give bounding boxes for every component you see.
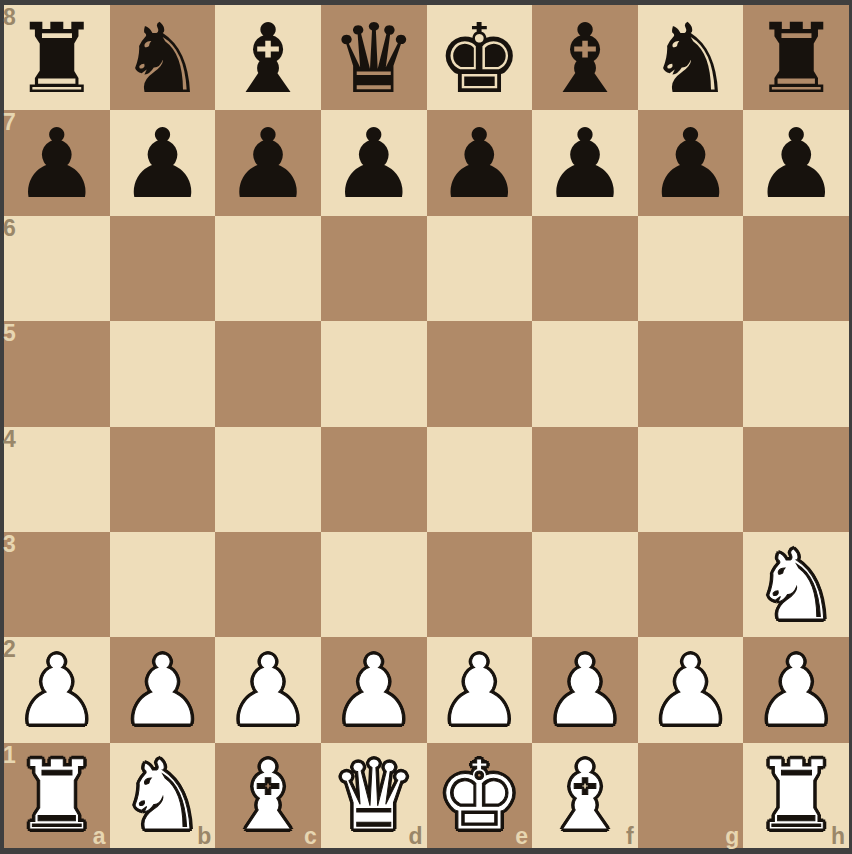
piece-black-pawn[interactable]: ♟ xyxy=(436,116,522,212)
square-e2[interactable]: ♟ xyxy=(427,637,533,742)
square-d7[interactable]: ♟ xyxy=(321,110,427,215)
piece-white-king[interactable]: ♚ xyxy=(436,748,522,844)
piece-white-knight[interactable]: ♞ xyxy=(119,748,205,844)
square-d5[interactable] xyxy=(321,321,427,426)
piece-white-queen[interactable]: ♛ xyxy=(331,748,417,844)
piece-white-pawn[interactable]: ♟ xyxy=(753,643,839,739)
square-c4[interactable] xyxy=(215,427,321,532)
square-c5[interactable] xyxy=(215,321,321,426)
square-h6[interactable] xyxy=(743,216,849,321)
file-label-g: g xyxy=(725,825,739,848)
square-e1[interactable]: ♚e xyxy=(427,743,533,848)
square-c7[interactable]: ♟ xyxy=(215,110,321,215)
piece-white-knight[interactable]: ♞ xyxy=(753,538,839,634)
square-d2[interactable]: ♟ xyxy=(321,637,427,742)
square-e7[interactable]: ♟ xyxy=(427,110,533,215)
piece-white-pawn[interactable]: ♟ xyxy=(119,643,205,739)
square-b5[interactable] xyxy=(110,321,216,426)
square-g2[interactable]: ♟ xyxy=(638,637,744,742)
piece-black-pawn[interactable]: ♟ xyxy=(331,116,417,212)
square-b4[interactable] xyxy=(110,427,216,532)
square-c2[interactable]: ♟ xyxy=(215,637,321,742)
square-d8[interactable]: ♛ xyxy=(321,5,427,110)
square-g1[interactable]: g xyxy=(638,743,744,848)
square-c6[interactable] xyxy=(215,216,321,321)
piece-black-rook[interactable]: ♜ xyxy=(14,11,100,107)
piece-black-pawn[interactable]: ♟ xyxy=(119,116,205,212)
square-h3[interactable]: ♞ xyxy=(743,532,849,637)
square-a7[interactable]: ♟7 xyxy=(4,110,110,215)
square-g8[interactable]: ♞ xyxy=(638,5,744,110)
square-f8[interactable]: ♝ xyxy=(532,5,638,110)
square-b7[interactable]: ♟ xyxy=(110,110,216,215)
square-b8[interactable]: ♞ xyxy=(110,5,216,110)
piece-white-pawn[interactable]: ♟ xyxy=(542,643,628,739)
square-f3[interactable] xyxy=(532,532,638,637)
piece-black-pawn[interactable]: ♟ xyxy=(542,116,628,212)
square-a8[interactable]: ♜8 xyxy=(4,5,110,110)
square-f5[interactable] xyxy=(532,321,638,426)
square-a3[interactable]: 3 xyxy=(4,532,110,637)
square-a5[interactable]: 5 xyxy=(4,321,110,426)
square-e3[interactable] xyxy=(427,532,533,637)
square-h1[interactable]: ♜h xyxy=(743,743,849,848)
square-e8[interactable]: ♚ xyxy=(427,5,533,110)
square-d1[interactable]: ♛d xyxy=(321,743,427,848)
square-b1[interactable]: ♞b xyxy=(110,743,216,848)
piece-white-pawn[interactable]: ♟ xyxy=(225,643,311,739)
chess-board: ♜8♞♝♛♚♝♞♜♟7♟♟♟♟♟♟♟6543♞♟2♟♟♟♟♟♟♟♜1a♞b♝c♛… xyxy=(0,0,852,854)
square-b6[interactable] xyxy=(110,216,216,321)
piece-black-pawn[interactable]: ♟ xyxy=(648,116,734,212)
square-h2[interactable]: ♟ xyxy=(743,637,849,742)
square-a2[interactable]: ♟2 xyxy=(4,637,110,742)
piece-white-pawn[interactable]: ♟ xyxy=(14,643,100,739)
piece-white-pawn[interactable]: ♟ xyxy=(331,643,417,739)
square-g7[interactable]: ♟ xyxy=(638,110,744,215)
piece-white-pawn[interactable]: ♟ xyxy=(648,643,734,739)
square-h7[interactable]: ♟ xyxy=(743,110,849,215)
square-a6[interactable]: 6 xyxy=(4,216,110,321)
piece-white-bishop[interactable]: ♝ xyxy=(542,748,628,844)
square-e6[interactable] xyxy=(427,216,533,321)
piece-black-pawn[interactable]: ♟ xyxy=(753,116,839,212)
square-f2[interactable]: ♟ xyxy=(532,637,638,742)
piece-black-knight[interactable]: ♞ xyxy=(648,11,734,107)
piece-black-knight[interactable]: ♞ xyxy=(119,11,205,107)
piece-black-bishop[interactable]: ♝ xyxy=(542,11,628,107)
piece-white-rook[interactable]: ♜ xyxy=(753,748,839,844)
piece-black-pawn[interactable]: ♟ xyxy=(225,116,311,212)
square-e4[interactable] xyxy=(427,427,533,532)
square-f7[interactable]: ♟ xyxy=(532,110,638,215)
rank-label-5: 5 xyxy=(3,322,16,345)
square-c8[interactable]: ♝ xyxy=(215,5,321,110)
square-e5[interactable] xyxy=(427,321,533,426)
rank-label-3: 3 xyxy=(3,533,16,556)
square-d6[interactable] xyxy=(321,216,427,321)
square-h5[interactable] xyxy=(743,321,849,426)
square-c1[interactable]: ♝c xyxy=(215,743,321,848)
square-f4[interactable] xyxy=(532,427,638,532)
square-g6[interactable] xyxy=(638,216,744,321)
piece-black-rook[interactable]: ♜ xyxy=(753,11,839,107)
rank-label-6: 6 xyxy=(3,217,16,240)
piece-white-rook[interactable]: ♜ xyxy=(14,748,100,844)
piece-black-bishop[interactable]: ♝ xyxy=(225,11,311,107)
square-g3[interactable] xyxy=(638,532,744,637)
square-a1[interactable]: ♜1a xyxy=(4,743,110,848)
square-f1[interactable]: ♝f xyxy=(532,743,638,848)
square-b2[interactable]: ♟ xyxy=(110,637,216,742)
square-g5[interactable] xyxy=(638,321,744,426)
square-c3[interactable] xyxy=(215,532,321,637)
piece-black-queen[interactable]: ♛ xyxy=(331,11,417,107)
square-h4[interactable] xyxy=(743,427,849,532)
piece-black-pawn[interactable]: ♟ xyxy=(14,116,100,212)
piece-white-pawn[interactable]: ♟ xyxy=(436,643,522,739)
piece-black-king[interactable]: ♚ xyxy=(436,11,522,107)
rank-label-4: 4 xyxy=(3,428,16,451)
square-d3[interactable] xyxy=(321,532,427,637)
square-h8[interactable]: ♜ xyxy=(743,5,849,110)
board-grid: ♜8♞♝♛♚♝♞♜♟7♟♟♟♟♟♟♟6543♞♟2♟♟♟♟♟♟♟♜1a♞b♝c♛… xyxy=(4,5,849,848)
square-b3[interactable] xyxy=(110,532,216,637)
square-a4[interactable]: 4 xyxy=(4,427,110,532)
piece-white-bishop[interactable]: ♝ xyxy=(225,748,311,844)
square-g4[interactable] xyxy=(638,427,744,532)
square-d4[interactable] xyxy=(321,427,427,532)
square-f6[interactable] xyxy=(532,216,638,321)
